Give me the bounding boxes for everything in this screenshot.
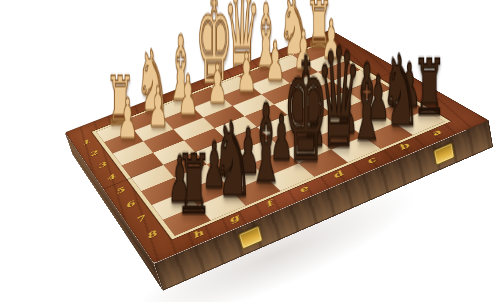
piece-black-king-e8[interactable]: ♚ bbox=[283, 39, 310, 183]
photo-backdrop: ♜♞♝♚♛♝♞♜♟♟♟♟♟♟♟♟♟♟♟♟♟♟♟♟♜♞♝♚♛♝♞♜ 1234567… bbox=[0, 0, 500, 302]
brass-clasp-icon bbox=[433, 142, 455, 166]
folding-chess-board: ♜♞♝♚♛♝♞♜♟♟♟♟♟♟♟♟♟♟♟♟♟♟♟♟♜♞♝♚♛♝♞♜ 1234567… bbox=[65, 30, 489, 264]
piece-white-pawn-f2[interactable]: ♟ bbox=[176, 68, 199, 123]
piece-black-rook-h8[interactable]: ♜ bbox=[176, 145, 208, 227]
chess-set-scene: ♜♞♝♚♛♝♞♜♟♟♟♟♟♟♟♟♟♟♟♟♟♟♟♟♜♞♝♚♛♝♞♜ 1234567… bbox=[0, 0, 500, 302]
piece-white-pawn-g2[interactable]: ♟ bbox=[146, 79, 170, 135]
brass-clasp-icon bbox=[238, 225, 263, 250]
piece-black-knight-b8[interactable]: ♞ bbox=[381, 43, 411, 142]
piece-white-pawn-h2[interactable]: ♟ bbox=[116, 91, 140, 147]
piece-black-knight-g8[interactable]: ♞ bbox=[212, 109, 243, 212]
